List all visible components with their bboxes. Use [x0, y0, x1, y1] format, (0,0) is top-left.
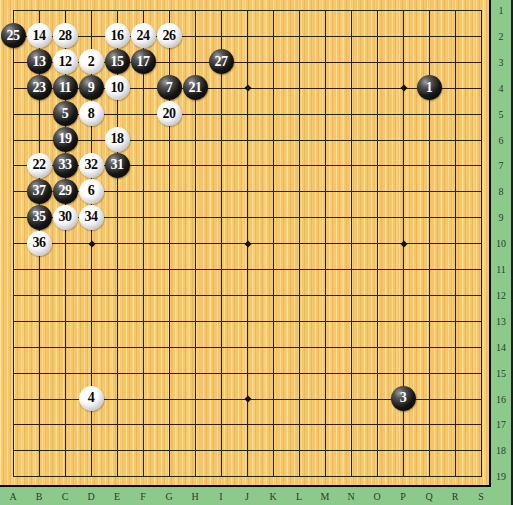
move-number: 16 [111, 28, 124, 42]
rank-label-6: 6 [499, 134, 504, 145]
move-number: 18 [111, 132, 124, 146]
stone-white-22[interactable]: 22 [27, 153, 52, 178]
stone-black-29[interactable]: 29 [53, 179, 78, 204]
stone-black-11[interactable]: 11 [53, 75, 78, 100]
rank-label-3: 3 [499, 56, 504, 67]
rank-label-1: 1 [499, 5, 504, 16]
stone-black-7[interactable]: 7 [157, 75, 182, 100]
move-number: 19 [59, 132, 72, 146]
move-number: 11 [59, 80, 71, 94]
stone-black-35[interactable]: 35 [27, 205, 52, 230]
stone-black-27[interactable]: 27 [209, 49, 234, 74]
file-label-E: E [114, 491, 120, 502]
file-label-N: N [347, 491, 354, 502]
file-label-H: H [191, 491, 198, 502]
move-number: 24 [137, 28, 150, 42]
stone-white-18[interactable]: 18 [105, 127, 130, 152]
move-number: 31 [111, 158, 124, 172]
stone-white-10[interactable]: 10 [105, 75, 130, 100]
move-number: 15 [111, 54, 124, 68]
move-number: 32 [85, 158, 98, 172]
move-number: 17 [137, 54, 150, 68]
move-number: 25 [7, 28, 20, 42]
file-label-S: S [478, 491, 484, 502]
move-number: 34 [85, 210, 98, 224]
goban[interactable]: 1234567891011121314151617181920212223242… [0, 0, 491, 487]
move-number: 12 [59, 54, 72, 68]
rank-label-5: 5 [499, 108, 504, 119]
rank-label-9: 9 [499, 212, 504, 223]
stone-white-34[interactable]: 34 [79, 205, 104, 230]
rank-label-11: 11 [496, 264, 506, 275]
move-number: 35 [33, 210, 46, 224]
move-number: 22 [33, 158, 46, 172]
rank-label-8: 8 [499, 186, 504, 197]
file-label-R: R [452, 491, 459, 502]
stone-white-24[interactable]: 24 [131, 23, 156, 48]
rank-label-2: 2 [499, 30, 504, 41]
file-label-D: D [87, 491, 94, 502]
file-label-I: I [219, 491, 222, 502]
stone-black-25[interactable]: 25 [1, 23, 26, 48]
stone-white-8[interactable]: 8 [79, 101, 104, 126]
rank-label-4: 4 [499, 82, 504, 93]
rank-label-17: 17 [496, 419, 506, 430]
move-number: 33 [59, 158, 72, 172]
stone-black-21[interactable]: 21 [183, 75, 208, 100]
move-number: 13 [33, 54, 46, 68]
stone-white-26[interactable]: 26 [157, 23, 182, 48]
move-number: 5 [62, 106, 69, 120]
file-label-K: K [269, 491, 276, 502]
rank-label-10: 10 [496, 238, 506, 249]
rank-label-15: 15 [496, 367, 506, 378]
move-number: 28 [59, 28, 72, 42]
move-number: 21 [189, 80, 202, 94]
go-diagram-frame: 1234567891011121314151617181920212223242… [0, 0, 513, 505]
stone-black-3[interactable]: 3 [391, 386, 416, 411]
move-number: 9 [88, 80, 95, 94]
file-label-A: A [9, 491, 16, 502]
stone-white-28[interactable]: 28 [53, 23, 78, 48]
stone-white-32[interactable]: 32 [79, 153, 104, 178]
rank-label-7: 7 [499, 160, 504, 171]
file-label-J: J [245, 491, 249, 502]
stone-black-37[interactable]: 37 [27, 179, 52, 204]
stone-white-20[interactable]: 20 [157, 101, 182, 126]
file-label-F: F [140, 491, 146, 502]
stones-layer: 1234567891011121314151617181920212223242… [0, 0, 494, 489]
stone-white-12[interactable]: 12 [53, 49, 78, 74]
stone-black-19[interactable]: 19 [53, 127, 78, 152]
stone-white-4[interactable]: 4 [79, 386, 104, 411]
stone-black-13[interactable]: 13 [27, 49, 52, 74]
move-number: 26 [163, 28, 176, 42]
rank-label-19: 19 [496, 471, 506, 482]
file-label-B: B [36, 491, 43, 502]
move-number: 37 [33, 184, 46, 198]
stone-black-5[interactable]: 5 [53, 101, 78, 126]
move-number: 23 [33, 80, 46, 94]
move-number: 36 [33, 236, 46, 250]
move-number: 4 [88, 391, 95, 405]
move-number: 7 [166, 80, 173, 94]
file-label-G: G [165, 491, 172, 502]
stone-black-23[interactable]: 23 [27, 75, 52, 100]
move-number: 1 [426, 80, 433, 94]
stone-black-31[interactable]: 31 [105, 153, 130, 178]
stone-white-36[interactable]: 36 [27, 231, 52, 256]
rank-label-18: 18 [496, 445, 506, 456]
move-number: 6 [88, 184, 95, 198]
rank-label-16: 16 [496, 393, 506, 404]
move-number: 20 [163, 106, 176, 120]
stone-black-17[interactable]: 17 [131, 49, 156, 74]
file-label-P: P [400, 491, 406, 502]
stone-white-16[interactable]: 16 [105, 23, 130, 48]
stone-white-2[interactable]: 2 [79, 49, 104, 74]
stone-black-33[interactable]: 33 [53, 153, 78, 178]
move-number: 29 [59, 184, 72, 198]
move-number: 10 [111, 80, 124, 94]
file-label-L: L [296, 491, 302, 502]
rank-label-14: 14 [496, 341, 506, 352]
stone-black-1[interactable]: 1 [417, 75, 442, 100]
file-label-O: O [373, 491, 380, 502]
move-number: 30 [59, 210, 72, 224]
move-number: 27 [215, 54, 228, 68]
move-number: 2 [88, 54, 95, 68]
rank-label-13: 13 [496, 315, 506, 326]
file-label-C: C [62, 491, 69, 502]
move-number: 8 [88, 106, 95, 120]
move-number: 14 [33, 28, 46, 42]
stone-white-14[interactable]: 14 [27, 23, 52, 48]
stone-white-6[interactable]: 6 [79, 179, 104, 204]
stone-black-15[interactable]: 15 [105, 49, 130, 74]
stone-white-30[interactable]: 30 [53, 205, 78, 230]
move-number: 3 [400, 391, 407, 405]
file-label-Q: Q [425, 491, 432, 502]
stone-black-9[interactable]: 9 [79, 75, 104, 100]
file-label-M: M [321, 491, 330, 502]
rank-label-12: 12 [496, 289, 506, 300]
